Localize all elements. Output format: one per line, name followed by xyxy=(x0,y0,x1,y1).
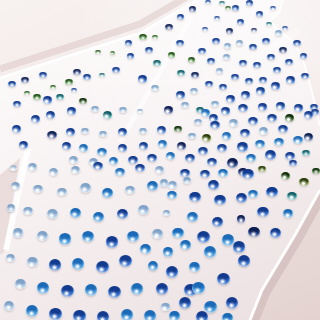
sticker-dot-royal xyxy=(49,259,61,270)
sticker-dot-royal xyxy=(217,273,230,285)
sticker-dot-royal xyxy=(118,144,127,152)
sticker-dot-pale xyxy=(11,182,20,190)
sticker-dot-sky xyxy=(147,181,158,191)
sticker-dot-sky xyxy=(187,212,198,222)
sticker-dot-navy xyxy=(251,28,257,33)
sticker-dot-pale xyxy=(23,207,33,216)
sticker-dot-navy xyxy=(21,77,29,83)
sticker-dot-royal xyxy=(73,310,86,320)
sticker-dot-pale xyxy=(194,119,202,126)
sticker-dot-navy xyxy=(165,24,173,30)
sticker-dot-green xyxy=(110,51,115,55)
sticker-dot-royal xyxy=(205,0,211,4)
sticker-dot-olive xyxy=(299,178,309,187)
sticker-dot-royal xyxy=(207,58,215,64)
sticker-dot-royal xyxy=(282,26,288,31)
sticker-dot-royal xyxy=(157,126,166,134)
sticker-dot-royal xyxy=(61,285,74,297)
sticker-dot-navy xyxy=(47,131,57,139)
sticker-dot-royal xyxy=(285,152,295,161)
sticker-dot-royal xyxy=(231,74,239,80)
sticker-dot-sky xyxy=(283,209,293,218)
sticker-dot-navy xyxy=(177,142,186,150)
sticker-dot-pale xyxy=(275,30,282,35)
sticker-dot-sky xyxy=(102,188,113,198)
sticker-dot-teal xyxy=(287,192,297,201)
sticker-dot-royal xyxy=(256,11,263,16)
sticker-dot-green xyxy=(152,35,158,40)
sticker-dot-royal xyxy=(214,16,220,21)
sticker-dot-royal xyxy=(31,115,40,122)
sticker-dot-royal xyxy=(217,144,227,153)
sticker-dot-pale xyxy=(229,119,238,126)
sticker-dot-royal xyxy=(226,95,235,102)
sticker-dot-sky xyxy=(158,140,167,148)
sticker-dot-royal xyxy=(285,59,293,65)
sticker-dot-sky xyxy=(201,109,210,116)
sticker-dot-royal xyxy=(205,81,213,87)
sticker-dot-navy xyxy=(189,6,196,11)
sticker-dot-royal xyxy=(180,169,190,178)
sticker-dot-pale xyxy=(163,210,170,216)
sticker-dot-royal xyxy=(273,67,281,73)
sticker-dot-royal xyxy=(71,88,77,93)
sticker-dot-royal xyxy=(259,77,267,83)
sticker-dot-green xyxy=(95,50,101,55)
sticker-dot-pale xyxy=(190,88,198,94)
sticker-dot-pale xyxy=(6,254,15,262)
sticker-dot-royal xyxy=(219,84,227,90)
sticker-dot-green xyxy=(225,6,231,10)
sticker-dot-ice xyxy=(10,165,17,171)
sticker-dot-royal xyxy=(266,187,278,198)
sticker-dot-pale xyxy=(152,229,163,239)
sticker-dot-pale xyxy=(33,185,43,194)
sticker-dot-royal xyxy=(256,87,265,94)
sticker-dot-sky xyxy=(163,247,173,256)
sticker-dot-sky xyxy=(169,311,180,320)
sticker-dot-royal xyxy=(207,158,217,167)
sticker-dot-pale xyxy=(181,102,189,109)
sticker-dot-sky xyxy=(180,240,191,250)
sticker-dot-royal xyxy=(119,255,132,267)
sticker-dot-royal xyxy=(147,154,157,163)
sticker-dot-royal xyxy=(249,44,257,50)
sticker-dot-sky xyxy=(37,282,49,293)
sticker-dot-royal xyxy=(212,38,220,44)
sticker-dot-pale xyxy=(7,204,15,211)
sticker-dot-sky xyxy=(85,284,97,295)
sticker-dot-sky xyxy=(144,310,156,320)
sticker-dot-royal xyxy=(176,91,185,98)
sticker-dot-green xyxy=(24,91,30,96)
sticker-dot-royal xyxy=(262,38,270,44)
sticker-dot-pale xyxy=(47,209,58,219)
sticker-dot-sky xyxy=(248,190,258,199)
sticker-dot-navy xyxy=(191,72,199,78)
sticker-dot-darkgreen xyxy=(312,168,320,175)
sticker-dot-green xyxy=(65,79,73,85)
sticker-dot-royal xyxy=(208,180,219,190)
sticker-dot-royal xyxy=(198,48,206,54)
sticker-dot-sky xyxy=(222,132,231,140)
sticker-dot-navy xyxy=(73,69,81,75)
sticker-dot-pale xyxy=(91,106,99,113)
sticker-dot-pale xyxy=(236,40,243,45)
sticker-dot-royal xyxy=(112,67,120,73)
sticker-dot-sky xyxy=(255,140,265,148)
sticker-dot-royal xyxy=(242,169,254,179)
sticker-dot-darkgreen xyxy=(285,114,294,121)
sticker-dot-pale xyxy=(57,188,67,197)
sticker-dot-sky xyxy=(189,262,200,272)
sticker-dot-royal xyxy=(212,217,223,227)
sticker-dot-royal xyxy=(265,150,276,159)
sticker-dot-royal xyxy=(278,125,288,133)
sticker-dot-teal xyxy=(153,60,161,66)
sticker-dot-sky xyxy=(222,234,234,245)
sticker-dot-green xyxy=(188,57,195,62)
sticker-dot-pale xyxy=(216,68,223,74)
sticker-dot-royal xyxy=(83,74,91,80)
sticker-dot-royal xyxy=(145,47,153,53)
sticker-dot-sky xyxy=(204,246,216,257)
sticker-dot-pale xyxy=(13,228,23,237)
sticker-dot-navy xyxy=(248,227,260,238)
sticker-dot-pale xyxy=(161,303,170,312)
sticker-dot-royal xyxy=(267,54,275,60)
sticker-dot-royal xyxy=(118,128,127,136)
sticker-dot-pale xyxy=(137,109,143,114)
sticker-dot-royal xyxy=(286,76,295,83)
sticker-dot-teal xyxy=(177,70,185,76)
sticker-dot-sky xyxy=(70,208,81,218)
sticker-dot-royal xyxy=(106,236,118,247)
sticker-dot-royal xyxy=(166,266,178,277)
photo-craft-sticker-sheets xyxy=(0,0,320,320)
sticker-dot-royal xyxy=(238,255,250,266)
sticker-dot-pale xyxy=(259,127,268,135)
sticker-dot-teal xyxy=(99,73,105,78)
sticker-dot-royal xyxy=(49,308,62,320)
sticker-dot-royal xyxy=(179,297,191,309)
sticker-dot-green xyxy=(168,52,175,57)
sticker-dot-royal xyxy=(232,5,239,10)
sticker-dot-sky xyxy=(246,154,256,163)
sticker-dot-royal xyxy=(127,53,134,58)
sticker-dot-royal xyxy=(43,96,52,103)
sticker-dot-royal xyxy=(270,228,281,238)
sticker-dot-royal xyxy=(96,261,109,273)
sticker-dot-royal xyxy=(210,121,220,129)
sticker-dot-navy xyxy=(164,106,173,113)
sticker-dot-royal xyxy=(245,78,253,84)
sticker-dot-sky xyxy=(222,313,233,320)
sticker-dot-pale xyxy=(4,301,14,311)
sticker-dot-royal xyxy=(253,62,261,68)
sticker-dot-teal xyxy=(56,94,64,101)
sticker-dot-sky xyxy=(26,305,38,317)
sticker-dot-sky xyxy=(166,152,175,160)
sticker-dot-navy xyxy=(227,158,238,167)
sticker-dot-royal xyxy=(301,73,309,79)
sticker-dot-sky xyxy=(140,244,151,254)
sticker-dot-navy xyxy=(304,133,313,141)
sticker-dot-royal xyxy=(117,209,128,219)
sticker-dot-sky xyxy=(115,168,125,177)
sticker-dot-royal xyxy=(39,72,47,78)
sticker-dot-darkgreen xyxy=(79,98,87,105)
sticker-dot-royal xyxy=(304,111,313,118)
sticker-dot-pale xyxy=(27,257,38,267)
sticker-dot-royal xyxy=(189,192,201,203)
sticker-dot-teal xyxy=(266,22,272,27)
sticker-dot-royal xyxy=(270,6,276,10)
sticker-dot-sky xyxy=(192,282,205,294)
sticker-dot-sky xyxy=(121,309,133,320)
sticker-dot-green xyxy=(33,94,41,101)
sticker-dot-pale xyxy=(139,128,147,135)
sticker-dot-sky xyxy=(131,283,143,294)
sticker-dot-pale xyxy=(188,133,196,140)
sticker-dot-royal xyxy=(108,286,121,298)
sticker-dot-olive xyxy=(258,166,266,173)
sticker-dot-royal xyxy=(202,27,208,32)
sticker-dot-royal xyxy=(226,297,238,309)
sticker-dot-olive xyxy=(202,134,211,142)
sticker-dot-pale xyxy=(223,54,230,59)
sticker-dot-pale xyxy=(80,183,91,193)
sticker-dot-royal xyxy=(221,107,230,114)
sticker-dot-green xyxy=(50,85,56,90)
sticker-dot-navy xyxy=(226,28,233,33)
sticker-dot-royal xyxy=(271,82,280,89)
sticker-dot-royal xyxy=(248,117,258,125)
sticker-dot-royal xyxy=(241,91,250,98)
sticker-dot-royal xyxy=(139,142,148,150)
sticker-dot-pale xyxy=(211,101,219,108)
sticker-dot-pale xyxy=(160,179,168,186)
sticker-dot-pale xyxy=(224,43,231,48)
sticker-dot-royal xyxy=(239,60,247,66)
enamel-dots-field xyxy=(0,0,320,320)
sticker-dot-royal xyxy=(135,164,145,173)
sticker-dot-royal xyxy=(138,75,147,82)
sticker-dot-royal xyxy=(128,156,138,165)
sticker-dot-royal xyxy=(125,40,132,45)
sticker-dot-royal xyxy=(66,128,75,136)
sticker-dot-sky xyxy=(109,157,118,165)
sticker-dot-royal xyxy=(257,207,269,218)
sticker-dot-pale xyxy=(15,279,26,289)
sticker-dot-sky xyxy=(172,228,184,239)
sticker-dot-royal xyxy=(238,104,248,112)
sticker-dot-navy xyxy=(279,47,287,53)
sticker-dot-royal xyxy=(185,154,195,163)
sticker-dot-royal xyxy=(197,231,210,243)
sticker-dot-royal xyxy=(176,40,184,46)
sticker-dot-pale xyxy=(151,85,159,91)
sticker-dot-royal xyxy=(200,170,210,179)
sticker-dot-pale xyxy=(183,177,191,184)
sticker-dot-royal xyxy=(19,141,28,149)
sticker-dot-teal xyxy=(302,150,310,157)
sticker-dot-pale xyxy=(99,131,107,138)
sticker-dot-pale xyxy=(28,163,37,171)
sticker-dot-pale xyxy=(155,166,164,174)
sticker-dot-sky xyxy=(79,144,88,152)
sticker-dot-royal xyxy=(177,14,184,19)
sticker-dot-darkgreen xyxy=(281,172,290,180)
sticker-dot-pale xyxy=(69,156,78,164)
sticker-dot-pale xyxy=(37,231,48,241)
sticker-dot-royal xyxy=(198,147,208,156)
sticker-dot-royal xyxy=(289,160,297,167)
sticker-dot-royal xyxy=(233,241,245,252)
sticker-dot-royal xyxy=(267,114,277,122)
sticker-dot-royal xyxy=(237,142,248,151)
sticker-dot-royal xyxy=(300,53,307,58)
sticker-dot-royal xyxy=(196,311,208,320)
sticker-dot-sky xyxy=(127,231,139,242)
sticker-dot-sky xyxy=(72,258,84,269)
sticker-dot-royal xyxy=(62,142,71,150)
sticker-dot-sky xyxy=(167,191,177,200)
sticker-dot-pale xyxy=(49,168,58,176)
sticker-dot-royal xyxy=(237,19,244,24)
sticker-dot-royal xyxy=(294,104,303,111)
sticker-dot-royal xyxy=(97,311,109,320)
sticker-dot-green xyxy=(139,34,147,40)
sticker-dot-pale xyxy=(168,181,177,189)
sticker-dot-royal xyxy=(46,111,55,118)
sticker-dot-royal xyxy=(276,102,285,109)
sticker-dot-royal xyxy=(93,162,103,171)
sticker-dot-royal xyxy=(293,40,301,46)
sticker-dot-sky xyxy=(148,261,158,270)
sticker-dot-royal xyxy=(240,129,250,137)
sticker-dot-royal xyxy=(214,195,226,206)
sticker-dot-sky xyxy=(274,138,284,146)
sticker-dot-sky xyxy=(293,136,303,144)
sticker-dot-royal xyxy=(67,107,76,114)
sticker-dot-navy xyxy=(237,215,245,222)
sticker-dot-royal xyxy=(13,101,21,108)
sticker-dot-royal xyxy=(156,283,168,294)
sticker-dot-royal xyxy=(8,81,16,87)
sticker-dot-pale xyxy=(119,107,127,114)
sticker-dot-royal xyxy=(246,0,253,5)
sticker-dot-teal xyxy=(103,111,112,118)
sticker-dot-royal xyxy=(236,193,247,203)
sticker-dot-darkgreen xyxy=(174,126,182,133)
sticker-dot-pale xyxy=(138,205,149,215)
sticker-dot-royal xyxy=(258,103,267,110)
sticker-dot-royal xyxy=(12,125,21,133)
sticker-dot-sky xyxy=(93,212,104,222)
sticker-dot-pale xyxy=(81,128,89,135)
sticker-dot-teal xyxy=(219,1,225,5)
sticker-dot-sky xyxy=(218,169,228,178)
sticker-dot-pale xyxy=(71,166,80,174)
sticker-dot-sky xyxy=(97,148,107,157)
sticker-dot-sky xyxy=(59,233,71,244)
sticker-dot-sky xyxy=(82,231,94,242)
sticker-dot-pale xyxy=(125,186,135,195)
